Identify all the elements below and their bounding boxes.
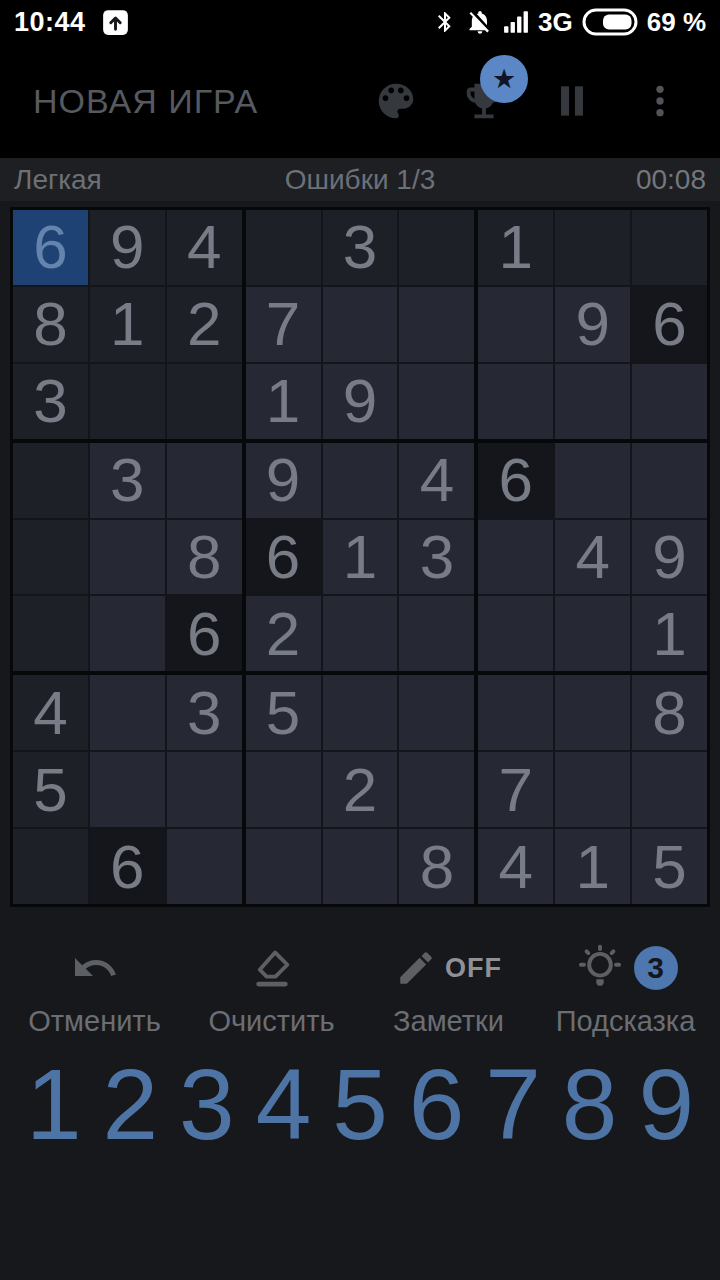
battery-icon [582, 8, 638, 36]
cell-r3c4[interactable]: 1 [246, 364, 321, 439]
cell-r8c1[interactable]: 5 [13, 752, 88, 827]
cell-r8c8[interactable] [555, 752, 630, 827]
cell-r8c4[interactable] [246, 752, 321, 827]
cell-r6c1[interactable] [13, 596, 88, 671]
cell-r5c6[interactable]: 3 [399, 520, 474, 595]
cell-r1c6[interactable] [399, 210, 474, 285]
cell-r7c1[interactable]: 4 [13, 675, 88, 750]
board-block-4: 386 [13, 443, 242, 672]
cell-r6c7[interactable] [478, 596, 553, 671]
cell-r3c3[interactable] [167, 364, 242, 439]
cell-r2c4[interactable]: 7 [246, 287, 321, 362]
cell-r9c5[interactable] [323, 829, 398, 904]
numpad-digit-9[interactable]: 9 [638, 1052, 694, 1157]
undo-button[interactable]: Отменить [6, 941, 183, 1038]
cell-r6c4[interactable]: 2 [246, 596, 321, 671]
cell-r1c3[interactable]: 4 [167, 210, 242, 285]
cell-r4c9[interactable] [632, 443, 707, 518]
cell-r2c1[interactable]: 8 [13, 287, 88, 362]
network-type: 3G [538, 7, 573, 38]
cell-r7c9[interactable]: 8 [632, 675, 707, 750]
clock: 10:44 [14, 7, 86, 38]
cell-r1c4[interactable] [246, 210, 321, 285]
overflow-menu-icon[interactable] [636, 77, 684, 125]
hint-label: Подсказка [556, 1005, 696, 1038]
cell-r3c8[interactable] [555, 364, 630, 439]
alarm-off-icon [466, 8, 494, 36]
cell-r2c6[interactable] [399, 287, 474, 362]
cell-r9c3[interactable] [167, 829, 242, 904]
cell-r1c2[interactable]: 9 [90, 210, 165, 285]
cell-r5c1[interactable] [13, 520, 88, 595]
cell-r3c7[interactable] [478, 364, 553, 439]
cell-r4c3[interactable] [167, 443, 242, 518]
notes-button[interactable]: OFF Заметки [360, 941, 537, 1038]
board-block-5: 946132 [246, 443, 475, 672]
board-block-6: 6491 [478, 443, 707, 672]
cell-r9c8[interactable]: 1 [555, 829, 630, 904]
cell-r9c4[interactable] [246, 829, 321, 904]
cell-r8c7[interactable]: 7 [478, 752, 553, 827]
board-block-1: 6948123 [13, 210, 242, 439]
numpad-digit-3[interactable]: 3 [179, 1052, 235, 1157]
cell-r2c9[interactable]: 6 [632, 287, 707, 362]
cell-r3c6[interactable] [399, 364, 474, 439]
sudoku-app-screen: 10:44 [0, 0, 720, 1280]
cell-r7c4[interactable]: 5 [246, 675, 321, 750]
cell-r1c8[interactable] [555, 210, 630, 285]
hint-button[interactable]: 3 Подсказка [537, 941, 714, 1038]
cell-r9c7[interactable]: 4 [478, 829, 553, 904]
cell-r7c3[interactable]: 3 [167, 675, 242, 750]
notes-state: OFF [445, 953, 502, 984]
cell-r8c2[interactable] [90, 752, 165, 827]
cell-r9c6[interactable]: 8 [399, 829, 474, 904]
hint-count-badge: 3 [634, 946, 678, 990]
upload-icon [102, 9, 129, 36]
cell-r4c5[interactable] [323, 443, 398, 518]
cell-r6c6[interactable] [399, 596, 474, 671]
numpad-digit-1[interactable]: 1 [26, 1052, 82, 1157]
numpad-digit-4[interactable]: 4 [256, 1052, 312, 1157]
new-game-title: НОВАЯ ИГРА [33, 82, 332, 121]
cell-r8c9[interactable] [632, 752, 707, 827]
battery-percent: 69 % [647, 7, 706, 38]
app-bar-actions: ★ [332, 77, 684, 125]
numpad-digit-7[interactable]: 7 [485, 1052, 541, 1157]
cell-r2c2[interactable]: 1 [90, 287, 165, 362]
status-bar-right: 3G 69 % [433, 7, 706, 38]
sudoku-board: 694812337191963869461326491435652887415 [10, 207, 710, 907]
cell-r8c6[interactable] [399, 752, 474, 827]
star-icon: ★ [492, 66, 516, 93]
numpad-digit-6[interactable]: 6 [409, 1052, 465, 1157]
cell-r3c9[interactable] [632, 364, 707, 439]
undo-icon [71, 944, 119, 992]
cell-r7c6[interactable] [399, 675, 474, 750]
board-block-7: 4356 [13, 675, 242, 904]
cell-r5c2[interactable] [90, 520, 165, 595]
cell-r7c5[interactable] [323, 675, 398, 750]
cell-r9c2[interactable]: 6 [90, 829, 165, 904]
top-black-zone: 10:44 [0, 0, 720, 158]
app-bar: НОВАЯ ИГРА ★ [0, 44, 720, 158]
cell-r1c1[interactable]: 6 [13, 210, 88, 285]
trophy-star-badge: ★ [480, 55, 528, 103]
cell-r3c1[interactable]: 3 [13, 364, 88, 439]
board-block-2: 3719 [246, 210, 475, 439]
pencil-icon [395, 947, 437, 989]
cell-r2c7[interactable] [478, 287, 553, 362]
eraser-icon [249, 945, 295, 991]
cell-r5c8[interactable]: 4 [555, 520, 630, 595]
lightbulb-icon [574, 942, 626, 994]
board-block-9: 87415 [478, 675, 707, 904]
erase-button[interactable]: Очистить [183, 941, 360, 1038]
numpad-digit-8[interactable]: 8 [562, 1052, 618, 1157]
toolbar: Отменить Очистить OFF [0, 941, 720, 1038]
numpad-digit-5[interactable]: 5 [332, 1052, 388, 1157]
cell-r6c5[interactable] [323, 596, 398, 671]
cell-r4c4[interactable]: 9 [246, 443, 321, 518]
numpad-digit-2[interactable]: 2 [103, 1052, 159, 1157]
cell-r6c3[interactable]: 6 [167, 596, 242, 671]
cell-r5c7[interactable] [478, 520, 553, 595]
cell-r2c3[interactable]: 2 [167, 287, 242, 362]
cell-r5c9[interactable]: 9 [632, 520, 707, 595]
cell-r4c2[interactable]: 3 [90, 443, 165, 518]
cell-r5c3[interactable]: 8 [167, 520, 242, 595]
cell-r4c6[interactable]: 4 [399, 443, 474, 518]
cell-r2c5[interactable] [323, 287, 398, 362]
cell-r9c1[interactable] [13, 829, 88, 904]
pause-icon[interactable] [548, 77, 596, 125]
board-block-3: 196 [478, 210, 707, 439]
undo-label: Отменить [28, 1005, 161, 1038]
cell-r1c9[interactable] [632, 210, 707, 285]
cell-r5c5[interactable]: 1 [323, 520, 398, 595]
cell-r5c4[interactable]: 6 [246, 520, 321, 595]
cell-r8c3[interactable] [167, 752, 242, 827]
cell-r6c2[interactable] [90, 596, 165, 671]
cell-r1c7[interactable]: 1 [478, 210, 553, 285]
cell-r8c5[interactable]: 2 [323, 752, 398, 827]
signal-icon [503, 9, 529, 35]
cell-r3c2[interactable] [90, 364, 165, 439]
cell-r6c9[interactable]: 1 [632, 596, 707, 671]
cell-r2c8[interactable]: 9 [555, 287, 630, 362]
trophy-icon[interactable]: ★ [460, 77, 508, 125]
cell-r1c5[interactable]: 3 [323, 210, 398, 285]
mistakes-counter: Ошибки 1/3 [0, 164, 720, 196]
info-bar: Легкая Ошибки 1/3 00:08 [0, 158, 720, 201]
cell-r4c1[interactable] [13, 443, 88, 518]
erase-label: Очистить [208, 1005, 334, 1038]
palette-icon[interactable] [372, 77, 420, 125]
cell-r7c8[interactable] [555, 675, 630, 750]
cell-r6c8[interactable] [555, 596, 630, 671]
bluetooth-icon [433, 8, 457, 36]
cell-r4c7[interactable]: 6 [478, 443, 553, 518]
cell-r4c8[interactable] [555, 443, 630, 518]
board-block-8: 528 [246, 675, 475, 904]
cell-r3c5[interactable]: 9 [323, 364, 398, 439]
cell-r9c9[interactable]: 5 [632, 829, 707, 904]
status-bar: 10:44 [0, 0, 720, 44]
numpad: 123456789 [0, 1052, 720, 1157]
cell-r7c2[interactable] [90, 675, 165, 750]
notes-label: Заметки [393, 1005, 504, 1038]
cell-r7c7[interactable] [478, 675, 553, 750]
